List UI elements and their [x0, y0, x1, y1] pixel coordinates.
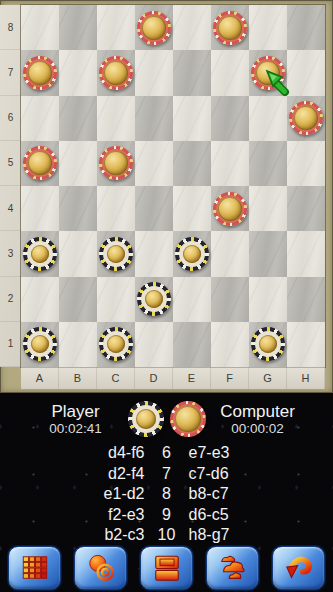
square-b3[interactable]	[59, 231, 97, 276]
square-d6[interactable]	[135, 96, 173, 141]
black-checker-e3[interactable]	[175, 237, 209, 271]
square-d4[interactable]	[135, 186, 173, 231]
square-e4[interactable]	[173, 186, 211, 231]
square-g8[interactable]	[249, 5, 287, 50]
grid-icon	[20, 553, 50, 583]
move-right-row2: c7-d6	[189, 464, 267, 485]
square-h8[interactable]	[287, 5, 325, 50]
square-g4[interactable]	[249, 186, 287, 231]
square-e5[interactable]	[173, 141, 211, 186]
row-label-7: 7	[0, 50, 21, 95]
square-g7[interactable]	[249, 50, 287, 95]
square-c7[interactable]	[97, 50, 135, 95]
square-e7[interactable]	[173, 50, 211, 95]
black-checker-d2[interactable]	[137, 282, 171, 316]
checkers-app: { "game": "checkers (8x8 draughts, marbl…	[0, 0, 333, 592]
square-h5[interactable]	[287, 141, 325, 186]
square-e3[interactable]	[173, 231, 211, 276]
circles-icon	[86, 553, 116, 583]
square-e2[interactable]	[173, 277, 211, 322]
square-f8[interactable]	[211, 5, 249, 50]
computer-red-chip-icon	[170, 401, 206, 437]
square-d8[interactable]	[135, 5, 173, 50]
computer-block: Computer 00:00:02	[212, 402, 304, 436]
black-checker-a3[interactable]	[23, 237, 57, 271]
square-c2[interactable]	[97, 277, 135, 322]
red-checker-g7[interactable]	[251, 56, 285, 90]
col-label-B: B	[59, 367, 97, 389]
square-c1[interactable]	[97, 322, 135, 367]
move-number-row4: 9	[151, 505, 183, 526]
square-c8[interactable]	[97, 5, 135, 50]
square-c4[interactable]	[97, 186, 135, 231]
square-f4[interactable]	[211, 186, 249, 231]
computer-clock: 00:00:02	[231, 421, 284, 436]
row-labels: 87654321	[0, 5, 21, 367]
black-checker-c1[interactable]	[99, 327, 133, 361]
square-g5[interactable]	[249, 141, 287, 186]
move-right-row1: e7-e3	[189, 443, 267, 464]
square-a6[interactable]	[21, 96, 59, 141]
square-h1[interactable]	[287, 322, 325, 367]
player-block: Player 00:02:41	[30, 402, 122, 436]
square-f6[interactable]	[211, 96, 249, 141]
square-g3[interactable]	[249, 231, 287, 276]
square-e1[interactable]	[173, 322, 211, 367]
square-d5[interactable]	[135, 141, 173, 186]
col-labels: ABCDEFGH	[21, 367, 325, 389]
square-c3[interactable]	[97, 231, 135, 276]
square-d3[interactable]	[135, 231, 173, 276]
move-right-row5: h8-g7	[189, 525, 267, 546]
red-checker-f8[interactable]	[213, 11, 247, 45]
row-label-4: 4	[0, 186, 21, 231]
square-b8[interactable]	[59, 5, 97, 50]
player-clock: 00:02:41	[49, 421, 102, 436]
display-button[interactable]	[140, 546, 193, 590]
square-h7[interactable]	[287, 50, 325, 95]
computer-name: Computer	[220, 402, 295, 421]
scoreboard: Player 00:02:41 Computer 00:00:02	[0, 393, 333, 442]
square-g6[interactable]	[249, 96, 287, 141]
square-c5[interactable]	[97, 141, 135, 186]
board-grid	[21, 5, 325, 367]
col-label-F: F	[211, 367, 249, 389]
player-name: Player	[51, 402, 99, 421]
move-number-row5: 10	[151, 525, 183, 546]
red-checker-c5[interactable]	[99, 146, 133, 180]
square-b4[interactable]	[59, 186, 97, 231]
square-c6[interactable]	[97, 96, 135, 141]
square-b5[interactable]	[59, 141, 97, 186]
col-label-A: A	[21, 367, 59, 389]
square-f1[interactable]	[211, 322, 249, 367]
row-label-6: 6	[0, 96, 21, 141]
square-e8[interactable]	[173, 5, 211, 50]
undo-arrow-icon	[284, 553, 314, 583]
square-e6[interactable]	[173, 96, 211, 141]
move-left-row4: f2-e3	[67, 505, 145, 526]
square-h2[interactable]	[287, 277, 325, 322]
red-checker-f4[interactable]	[213, 192, 247, 226]
row-label-2: 2	[0, 277, 21, 322]
row-label-8: 8	[0, 5, 21, 50]
square-f2[interactable]	[211, 277, 249, 322]
move-number-row1: 6	[151, 443, 183, 464]
square-f5[interactable]	[211, 141, 249, 186]
player-black-chip-icon	[128, 401, 164, 437]
move-left-row5: b2-c3	[67, 525, 145, 546]
row-label-5: 5	[0, 141, 21, 186]
square-g1[interactable]	[249, 322, 287, 367]
black-checker-a1[interactable]	[23, 327, 57, 361]
square-d2[interactable]	[135, 277, 173, 322]
square-b6[interactable]	[59, 96, 97, 141]
pieces-button[interactable]	[74, 546, 127, 590]
move-left-row1: d4-f6	[67, 443, 145, 464]
red-checker-a5[interactable]	[23, 146, 57, 180]
red-checker-h6[interactable]	[289, 101, 323, 135]
toolbar	[0, 545, 333, 591]
col-label-G: G	[249, 367, 287, 389]
square-f3[interactable]	[211, 231, 249, 276]
square-h6[interactable]	[287, 96, 325, 141]
square-h4[interactable]	[287, 186, 325, 231]
col-label-D: D	[135, 367, 173, 389]
square-a5[interactable]	[21, 141, 59, 186]
new-game-button[interactable]	[8, 546, 61, 590]
black-checker-c3[interactable]	[99, 237, 133, 271]
square-a7[interactable]	[21, 50, 59, 95]
red-checker-d8[interactable]	[137, 11, 171, 45]
move-right-row4: d6-c5	[189, 505, 267, 526]
square-h3[interactable]	[287, 231, 325, 276]
square-d1[interactable]	[135, 322, 173, 367]
square-d7[interactable]	[135, 50, 173, 95]
checkers-board: 87654321 ABCDEFGH	[0, 0, 333, 393]
row-label-3: 3	[0, 231, 21, 276]
square-a4[interactable]	[21, 186, 59, 231]
screens-icon	[152, 553, 182, 583]
undo-button[interactable]	[272, 546, 325, 590]
square-f7[interactable]	[211, 50, 249, 95]
clouds-icon	[218, 553, 248, 583]
move-list: d4-f66e7-e3d2-f47c7-d6e1-d28b8-c7f2-e39d…	[0, 443, 333, 546]
level-button[interactable]	[206, 546, 259, 590]
move-right-row3: b8-c7	[189, 484, 267, 505]
square-b7[interactable]	[59, 50, 97, 95]
row-label-1: 1	[0, 322, 21, 367]
square-a1[interactable]	[21, 322, 59, 367]
move-left-row3: e1-d2	[67, 484, 145, 505]
square-b1[interactable]	[59, 322, 97, 367]
col-label-E: E	[173, 367, 211, 389]
col-label-H: H	[287, 367, 325, 389]
red-checker-c7[interactable]	[99, 56, 133, 90]
square-a2[interactable]	[21, 277, 59, 322]
square-a8[interactable]	[21, 5, 59, 50]
black-checker-g1[interactable]	[251, 327, 285, 361]
square-a3[interactable]	[21, 231, 59, 276]
square-g2[interactable]	[249, 277, 287, 322]
move-left-row2: d2-f4	[67, 464, 145, 485]
col-label-C: C	[97, 367, 135, 389]
red-checker-a7[interactable]	[23, 56, 57, 90]
move-number-row2: 7	[151, 464, 183, 485]
square-b2[interactable]	[59, 277, 97, 322]
move-number-row3: 8	[151, 484, 183, 505]
